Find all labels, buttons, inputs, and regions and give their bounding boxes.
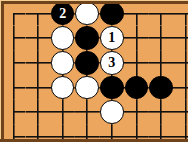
black-stone bbox=[100, 76, 124, 100]
board-intersection bbox=[50, 100, 75, 125]
board-intersection bbox=[50, 26, 75, 51]
board-intersection bbox=[173, 100, 188, 125]
board-intersection bbox=[173, 75, 188, 100]
white-stone-move-1: 1 bbox=[100, 26, 124, 50]
board-intersection bbox=[75, 51, 100, 76]
board-intersection bbox=[100, 75, 125, 100]
board-intersection bbox=[26, 1, 51, 26]
board-intersection bbox=[50, 75, 75, 100]
board-edge-top bbox=[1, 1, 188, 4]
go-board-diagram: 213 bbox=[0, 0, 188, 142]
board-intersection bbox=[124, 1, 149, 26]
board-intersection bbox=[124, 51, 149, 76]
board-edge-left bbox=[1, 1, 4, 142]
board-intersection bbox=[149, 26, 174, 51]
black-stone bbox=[149, 76, 173, 100]
board-intersection bbox=[100, 100, 125, 125]
board-intersection bbox=[149, 51, 174, 76]
board-intersection bbox=[124, 100, 149, 125]
board-intersection bbox=[26, 100, 51, 125]
white-stone bbox=[51, 76, 75, 100]
black-stone bbox=[75, 51, 99, 75]
board-intersection bbox=[124, 26, 149, 51]
board-intersection bbox=[173, 26, 188, 51]
white-stone bbox=[75, 76, 99, 100]
board-intersection bbox=[75, 75, 100, 100]
board-edge-bottom bbox=[0, 139, 188, 142]
board-intersection bbox=[100, 1, 125, 26]
go-board-grid: 213 bbox=[1, 1, 188, 142]
board-intersection bbox=[1, 75, 26, 100]
board-intersection bbox=[149, 1, 174, 26]
board-intersection bbox=[75, 26, 100, 51]
board-intersection bbox=[26, 51, 51, 76]
board-intersection bbox=[26, 75, 51, 100]
white-stone bbox=[100, 100, 124, 124]
board-intersection bbox=[124, 75, 149, 100]
black-stone bbox=[100, 2, 124, 26]
board-intersection bbox=[149, 100, 174, 125]
board-intersection: 1 bbox=[100, 26, 125, 51]
board-intersection bbox=[50, 51, 75, 76]
board-intersection bbox=[1, 26, 26, 51]
board-intersection bbox=[1, 51, 26, 76]
black-stone bbox=[75, 26, 99, 50]
black-stone bbox=[125, 76, 149, 100]
board-intersection bbox=[26, 26, 51, 51]
white-stone bbox=[75, 2, 99, 26]
board-intersection bbox=[1, 1, 26, 26]
white-stone bbox=[51, 51, 75, 75]
board-intersection: 2 bbox=[50, 1, 75, 26]
board-intersection bbox=[1, 100, 26, 125]
black-stone-move-2: 2 bbox=[51, 2, 75, 26]
board-intersection: 3 bbox=[100, 51, 125, 76]
board-intersection bbox=[173, 1, 188, 26]
board-intersection bbox=[149, 75, 174, 100]
board-intersection bbox=[75, 1, 100, 26]
white-stone-move-3: 3 bbox=[100, 51, 124, 75]
board-intersection bbox=[173, 51, 188, 76]
white-stone bbox=[51, 26, 75, 50]
board-intersection bbox=[75, 100, 100, 125]
